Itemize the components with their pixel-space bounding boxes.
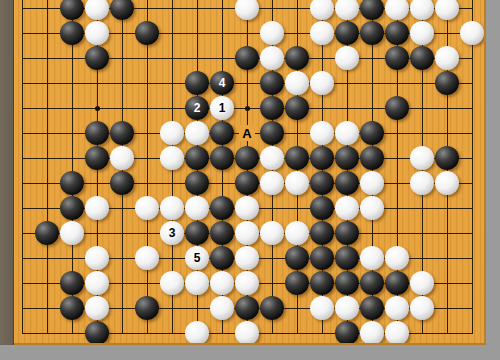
- stone-white: [85, 21, 109, 45]
- stone-black: [335, 171, 359, 195]
- stone-black: [235, 296, 259, 320]
- move-4-stone-black: 4: [210, 71, 234, 95]
- move-number-label: 5: [194, 252, 201, 264]
- stone-black: [360, 146, 384, 170]
- stone-black: [335, 21, 359, 45]
- move-2-stone-black: 2: [185, 96, 209, 120]
- stone-black: [85, 321, 109, 345]
- stone-white: [235, 246, 259, 270]
- stone-white: [85, 246, 109, 270]
- stone-black: [310, 171, 334, 195]
- stone-black: [235, 46, 259, 70]
- stone-white: [160, 271, 184, 295]
- stone-black: [60, 21, 84, 45]
- stone-black: [210, 246, 234, 270]
- stone-black: [385, 271, 409, 295]
- stone-black: [285, 96, 309, 120]
- stone-black: [110, 0, 134, 20]
- stone-white: [260, 146, 284, 170]
- stone-black: [335, 246, 359, 270]
- stone-black: [110, 171, 134, 195]
- stone-white: [85, 296, 109, 320]
- stone-white: [310, 21, 334, 45]
- stone-black: [335, 321, 359, 345]
- stone-black: [385, 21, 409, 45]
- stone-black: [260, 296, 284, 320]
- stone-white: [385, 246, 409, 270]
- stone-white: [310, 0, 334, 20]
- stone-white: [185, 271, 209, 295]
- stone-black: [385, 96, 409, 120]
- stone-black: [210, 221, 234, 245]
- stone-white: [360, 171, 384, 195]
- stone-white: [235, 321, 259, 345]
- move-number-label: 4: [219, 77, 226, 89]
- stone-white: [160, 121, 184, 145]
- stone-white: [410, 0, 434, 20]
- stone-black: [185, 221, 209, 245]
- stone-white: [460, 21, 484, 45]
- stone-white: [435, 171, 459, 195]
- stone-black: [235, 146, 259, 170]
- stone-white: [385, 321, 409, 345]
- stone-white: [235, 0, 259, 20]
- stone-black: [360, 0, 384, 20]
- stone-black: [210, 146, 234, 170]
- point-label-A[interactable]: A: [239, 125, 255, 141]
- stone-black: [310, 146, 334, 170]
- stone-white: [285, 221, 309, 245]
- stone-black: [385, 46, 409, 70]
- stone-black: [410, 46, 434, 70]
- stone-white: [85, 271, 109, 295]
- stone-black: [335, 146, 359, 170]
- stone-white: [335, 196, 359, 220]
- stone-black: [310, 196, 334, 220]
- stone-black: [60, 0, 84, 20]
- stone-white: [385, 0, 409, 20]
- stone-white: [410, 21, 434, 45]
- stone-white: [160, 146, 184, 170]
- stone-white: [435, 46, 459, 70]
- stone-white: [335, 0, 359, 20]
- stone-black: [360, 271, 384, 295]
- stone-black: [285, 246, 309, 270]
- stone-white: [285, 71, 309, 95]
- stone-black: [435, 71, 459, 95]
- stone-black: [60, 196, 84, 220]
- stone-white: [410, 171, 434, 195]
- move-number-label: 3: [169, 227, 176, 239]
- stone-black: [360, 21, 384, 45]
- stone-black: [310, 221, 334, 245]
- stone-black: [285, 46, 309, 70]
- stone-black: [335, 271, 359, 295]
- stone-black: [85, 121, 109, 145]
- stone-white: [210, 271, 234, 295]
- stone-black: [85, 146, 109, 170]
- star-point: [95, 106, 100, 111]
- stone-black: [110, 121, 134, 145]
- stone-white: [435, 0, 459, 20]
- stone-white: [135, 196, 159, 220]
- stone-white: [335, 296, 359, 320]
- stone-white: [185, 196, 209, 220]
- stone-black: [85, 46, 109, 70]
- stone-black: [260, 121, 284, 145]
- stone-black: [135, 21, 159, 45]
- stone-white: [85, 196, 109, 220]
- stone-white: [310, 121, 334, 145]
- stone-black: [285, 146, 309, 170]
- stone-white: [85, 0, 109, 20]
- move-5-stone-white: 5: [185, 246, 209, 270]
- goban-wood-surface: A42135: [0, 0, 486, 345]
- stone-white: [235, 196, 259, 220]
- stone-black: [185, 146, 209, 170]
- stone-white: [210, 296, 234, 320]
- stone-black: [310, 271, 334, 295]
- stone-black: [360, 121, 384, 145]
- board-left-edge: [0, 0, 14, 345]
- stone-black: [310, 246, 334, 270]
- stone-white: [160, 196, 184, 220]
- stone-white: [410, 271, 434, 295]
- stone-black: [260, 71, 284, 95]
- stone-black: [235, 171, 259, 195]
- stone-black: [360, 296, 384, 320]
- stone-white: [385, 296, 409, 320]
- move-number-label: 1: [219, 102, 226, 114]
- stone-white: [260, 21, 284, 45]
- stone-black: [185, 71, 209, 95]
- stone-white: [110, 146, 134, 170]
- go-board-screenshot: A42135: [0, 0, 500, 360]
- stone-white: [310, 296, 334, 320]
- move-3-stone-white: 3: [160, 221, 184, 245]
- stone-white: [285, 171, 309, 195]
- stone-white: [310, 71, 334, 95]
- stone-black: [260, 96, 284, 120]
- move-1-stone-white: 1: [210, 96, 234, 120]
- stone-white: [135, 246, 159, 270]
- stone-black: [435, 146, 459, 170]
- stone-white: [60, 221, 84, 245]
- stone-white: [260, 171, 284, 195]
- move-number-label: 2: [194, 102, 201, 114]
- stone-white: [360, 196, 384, 220]
- star-point: [245, 106, 250, 111]
- stone-white: [260, 221, 284, 245]
- stone-white: [185, 321, 209, 345]
- stone-white: [360, 321, 384, 345]
- stone-black: [35, 221, 59, 245]
- stone-white: [335, 46, 359, 70]
- stone-black: [135, 296, 159, 320]
- grid-line-horizontal: [22, 83, 473, 84]
- stone-black: [285, 271, 309, 295]
- stone-black: [60, 171, 84, 195]
- stone-white: [260, 46, 284, 70]
- stone-white: [185, 121, 209, 145]
- stone-white: [410, 296, 434, 320]
- stone-black: [60, 296, 84, 320]
- stone-white: [360, 246, 384, 270]
- stone-black: [210, 121, 234, 145]
- stone-black: [335, 221, 359, 245]
- stone-white: [335, 121, 359, 145]
- stone-black: [60, 271, 84, 295]
- stone-white: [235, 271, 259, 295]
- stone-black: [185, 171, 209, 195]
- stone-black: [210, 196, 234, 220]
- stone-white: [235, 221, 259, 245]
- stone-white: [410, 146, 434, 170]
